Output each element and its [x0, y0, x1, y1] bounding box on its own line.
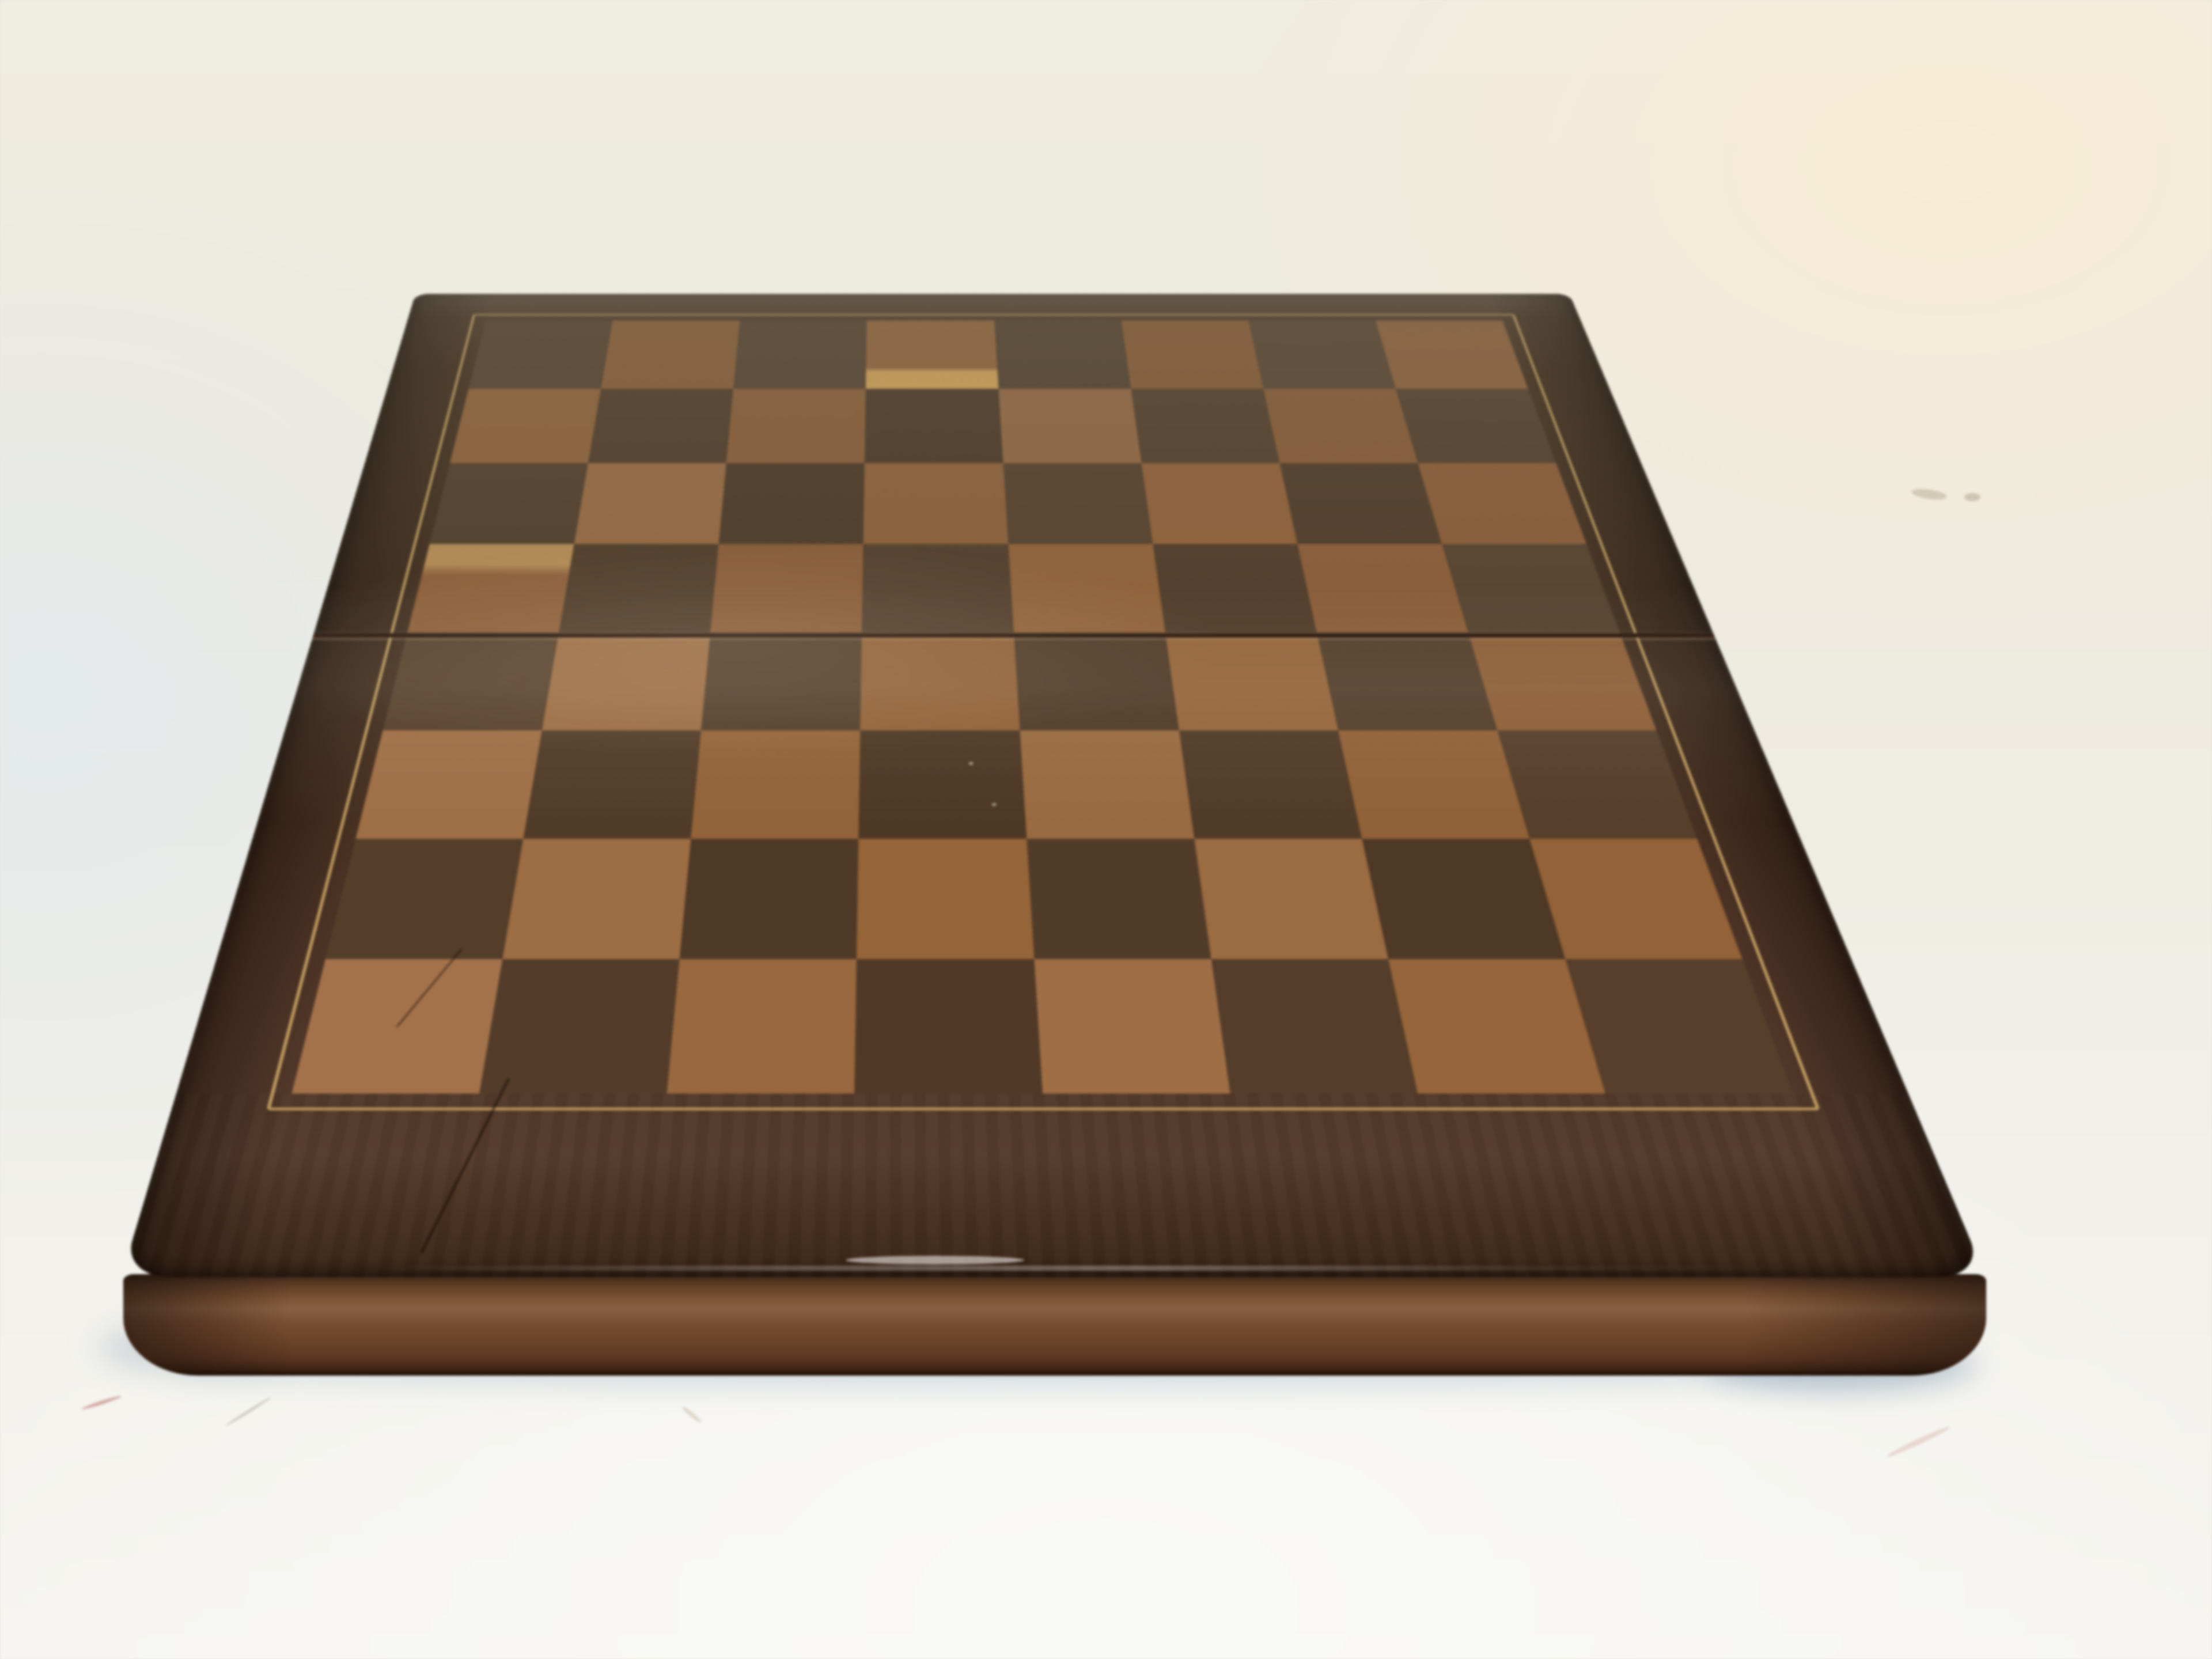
square-b8	[601, 320, 740, 388]
square-d5	[862, 544, 1013, 632]
square-e2	[1027, 839, 1211, 959]
square-f2	[1194, 839, 1388, 959]
chess-board	[122, 294, 1986, 1277]
square-e4	[1014, 632, 1179, 730]
square-c6	[719, 463, 865, 544]
square-f5	[1153, 544, 1317, 632]
square-b1	[479, 959, 680, 1094]
square-a6	[430, 463, 588, 544]
square-f1	[1211, 959, 1418, 1094]
frame-grain	[122, 1093, 1986, 1277]
square-g3	[1338, 730, 1529, 839]
square-b4	[542, 632, 710, 730]
dust-speck	[992, 803, 997, 806]
square-c1	[667, 959, 857, 1094]
square-f7	[1131, 389, 1279, 463]
square-g8	[1248, 320, 1396, 388]
square-a5	[407, 544, 574, 632]
square-f8	[1121, 320, 1263, 388]
square-d6	[863, 463, 1008, 544]
square-a4	[383, 632, 559, 730]
square-g4	[1317, 632, 1498, 730]
square-e3	[1020, 730, 1194, 839]
square-d3	[859, 730, 1027, 839]
square-e8	[994, 320, 1131, 388]
board-grid	[291, 320, 1793, 1093]
square-d8	[866, 320, 998, 388]
square-e6	[1003, 463, 1153, 544]
dust-speck	[969, 762, 974, 765]
square-d7	[865, 389, 1003, 463]
square-a2	[325, 839, 523, 959]
square-b3	[524, 730, 702, 839]
square-c4	[701, 632, 862, 730]
square-g5	[1297, 544, 1468, 632]
smudge-mark	[1964, 493, 1980, 501]
square-g7	[1263, 389, 1418, 463]
square-b2	[502, 839, 691, 959]
square-c7	[726, 389, 866, 463]
square-d4	[861, 632, 1020, 730]
square-f3	[1179, 730, 1361, 839]
hinge-seam-highlight	[312, 638, 1716, 640]
square-c5	[710, 544, 863, 632]
edge-highlight-streak	[846, 1256, 1024, 1264]
square-h7	[1396, 389, 1556, 463]
square-c8	[733, 320, 867, 388]
square-a3	[355, 730, 541, 839]
square-a8	[468, 320, 612, 388]
photo	[0, 0, 2212, 1659]
square-e5	[1008, 544, 1165, 632]
square-a7	[450, 389, 601, 463]
square-c2	[680, 839, 859, 959]
square-d2	[857, 839, 1033, 959]
edge-highlight-band	[369, 1266, 1843, 1271]
hinge-seam	[313, 632, 1715, 638]
square-b5	[559, 544, 719, 632]
square-h8	[1376, 320, 1528, 388]
square-f4	[1165, 632, 1338, 730]
square-g6	[1279, 463, 1442, 544]
square-e1	[1034, 959, 1230, 1094]
square-c3	[691, 730, 861, 839]
square-e7	[998, 389, 1141, 463]
square-f6	[1141, 463, 1297, 544]
square-d1	[855, 959, 1043, 1094]
square-b6	[574, 463, 726, 544]
board-perspective-scene	[0, 0, 2212, 1659]
square-b7	[588, 389, 733, 463]
